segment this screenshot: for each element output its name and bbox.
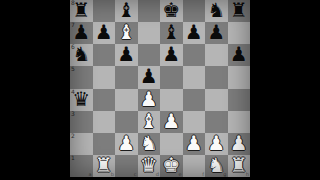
rank-label: 2	[71, 133, 75, 139]
square-f7[interactable]: ♟	[183, 22, 206, 44]
square-f1[interactable]: f	[183, 155, 206, 177]
square-f6[interactable]	[183, 44, 206, 66]
square-b3[interactable]	[93, 111, 116, 133]
square-c4[interactable]	[115, 89, 138, 111]
file-label: a	[88, 172, 91, 177]
square-d7[interactable]	[138, 22, 161, 44]
black-pawn-icon[interactable]: ♟	[207, 22, 225, 42]
square-b6[interactable]	[93, 44, 116, 66]
black-pawn-icon[interactable]: ♟	[185, 22, 203, 42]
white-pawn-icon[interactable]: ♟	[207, 133, 225, 153]
square-h3[interactable]	[228, 111, 251, 133]
square-f4[interactable]	[183, 89, 206, 111]
square-f8[interactable]	[183, 0, 206, 22]
square-e6[interactable]: ♟	[160, 44, 183, 66]
rank-label: 5	[71, 66, 75, 72]
black-knight-icon[interactable]: ♞	[207, 0, 225, 20]
file-label: g	[223, 172, 226, 177]
square-c3[interactable]	[115, 111, 138, 133]
square-g8[interactable]: ♞	[205, 0, 228, 22]
square-d1[interactable]: d♛	[138, 155, 161, 177]
square-a7[interactable]: 7♟	[70, 22, 93, 44]
white-pawn-icon[interactable]: ♟	[185, 133, 203, 153]
black-rook-icon[interactable]: ♜	[230, 0, 248, 20]
black-king-icon[interactable]: ♚	[162, 0, 180, 20]
white-bishop-icon[interactable]: ♝	[117, 22, 135, 42]
white-pawn-icon[interactable]: ♟	[230, 133, 248, 153]
square-a2[interactable]: 2	[70, 133, 93, 155]
square-d3[interactable]: ♝	[138, 111, 161, 133]
square-c6[interactable]: ♟	[115, 44, 138, 66]
square-h8[interactable]: ♜	[228, 0, 251, 22]
square-h5[interactable]	[228, 66, 251, 88]
rank-label: 4	[71, 89, 75, 95]
black-bishop-icon[interactable]: ♝	[117, 0, 135, 20]
square-e2[interactable]	[160, 133, 183, 155]
square-b1[interactable]: b♜	[93, 155, 116, 177]
square-g5[interactable]	[205, 66, 228, 88]
black-pawn-icon[interactable]: ♟	[95, 22, 113, 42]
file-label: f	[202, 172, 204, 177]
square-g4[interactable]	[205, 89, 228, 111]
file-label: c	[134, 172, 137, 177]
square-a8[interactable]: 8♜	[70, 0, 93, 22]
square-d8[interactable]	[138, 0, 161, 22]
square-f2[interactable]: ♟	[183, 133, 206, 155]
square-g1[interactable]: g♞	[205, 155, 228, 177]
black-bishop-icon[interactable]: ♝	[162, 22, 180, 42]
rank-label: 1	[71, 155, 75, 161]
square-h7[interactable]	[228, 22, 251, 44]
square-h6[interactable]: ♟	[228, 44, 251, 66]
square-d2[interactable]: ♞	[138, 133, 161, 155]
square-a1[interactable]: 1a	[70, 155, 93, 177]
rank-label: 3	[71, 111, 75, 117]
black-pawn-icon[interactable]: ♟	[162, 44, 180, 64]
letterboxed-video-frame: 8♜♝♚♞♜7♟♟♝♝♟♟6♞♟♟♟5♟4♛♟3♝♟2♟♞♟♟♟1ab♜cd♛e…	[0, 0, 320, 180]
rank-label: 7	[71, 22, 75, 28]
square-e8[interactable]: ♚	[160, 0, 183, 22]
file-label: h	[246, 172, 249, 177]
square-b7[interactable]: ♟	[93, 22, 116, 44]
square-c1[interactable]: c	[115, 155, 138, 177]
white-pawn-icon[interactable]: ♟	[140, 89, 158, 109]
square-b5[interactable]	[93, 66, 116, 88]
square-b8[interactable]	[93, 0, 116, 22]
square-c7[interactable]: ♝	[115, 22, 138, 44]
black-pawn-icon[interactable]: ♟	[230, 44, 248, 64]
square-a4[interactable]: 4♛	[70, 89, 93, 111]
square-e4[interactable]	[160, 89, 183, 111]
white-pawn-icon[interactable]: ♟	[162, 111, 180, 131]
black-pawn-icon[interactable]: ♟	[117, 44, 135, 64]
square-e5[interactable]	[160, 66, 183, 88]
file-label: d	[156, 172, 159, 177]
square-g2[interactable]: ♟	[205, 133, 228, 155]
square-h4[interactable]	[228, 89, 251, 111]
square-d6[interactable]	[138, 44, 161, 66]
square-h2[interactable]: ♟	[228, 133, 251, 155]
square-d5[interactable]: ♟	[138, 66, 161, 88]
square-g6[interactable]	[205, 44, 228, 66]
square-e3[interactable]: ♟	[160, 111, 183, 133]
file-label: e	[178, 172, 181, 177]
square-b2[interactable]	[93, 133, 116, 155]
square-f3[interactable]	[183, 111, 206, 133]
square-e1[interactable]: e♚	[160, 155, 183, 177]
square-a5[interactable]: 5	[70, 66, 93, 88]
square-e7[interactable]: ♝	[160, 22, 183, 44]
square-b4[interactable]	[93, 89, 116, 111]
square-f5[interactable]	[183, 66, 206, 88]
square-a6[interactable]: 6♞	[70, 44, 93, 66]
square-c5[interactable]	[115, 66, 138, 88]
square-h1[interactable]: h♜	[228, 155, 251, 177]
white-knight-icon[interactable]: ♞	[140, 133, 158, 153]
white-bishop-icon[interactable]: ♝	[140, 111, 158, 131]
chess-board[interactable]: 8♜♝♚♞♜7♟♟♝♝♟♟6♞♟♟♟5♟4♛♟3♝♟2♟♞♟♟♟1ab♜cd♛e…	[70, 0, 250, 177]
square-a3[interactable]: 3	[70, 111, 93, 133]
white-pawn-icon[interactable]: ♟	[117, 133, 135, 153]
square-g3[interactable]	[205, 111, 228, 133]
rank-label: 6	[71, 44, 75, 50]
square-d4[interactable]: ♟	[138, 89, 161, 111]
square-c2[interactable]: ♟	[115, 133, 138, 155]
square-c8[interactable]: ♝	[115, 0, 138, 22]
square-g7[interactable]: ♟	[205, 22, 228, 44]
black-pawn-icon[interactable]: ♟	[140, 66, 158, 86]
file-label: b	[111, 172, 114, 177]
rank-label: 8	[71, 0, 75, 6]
